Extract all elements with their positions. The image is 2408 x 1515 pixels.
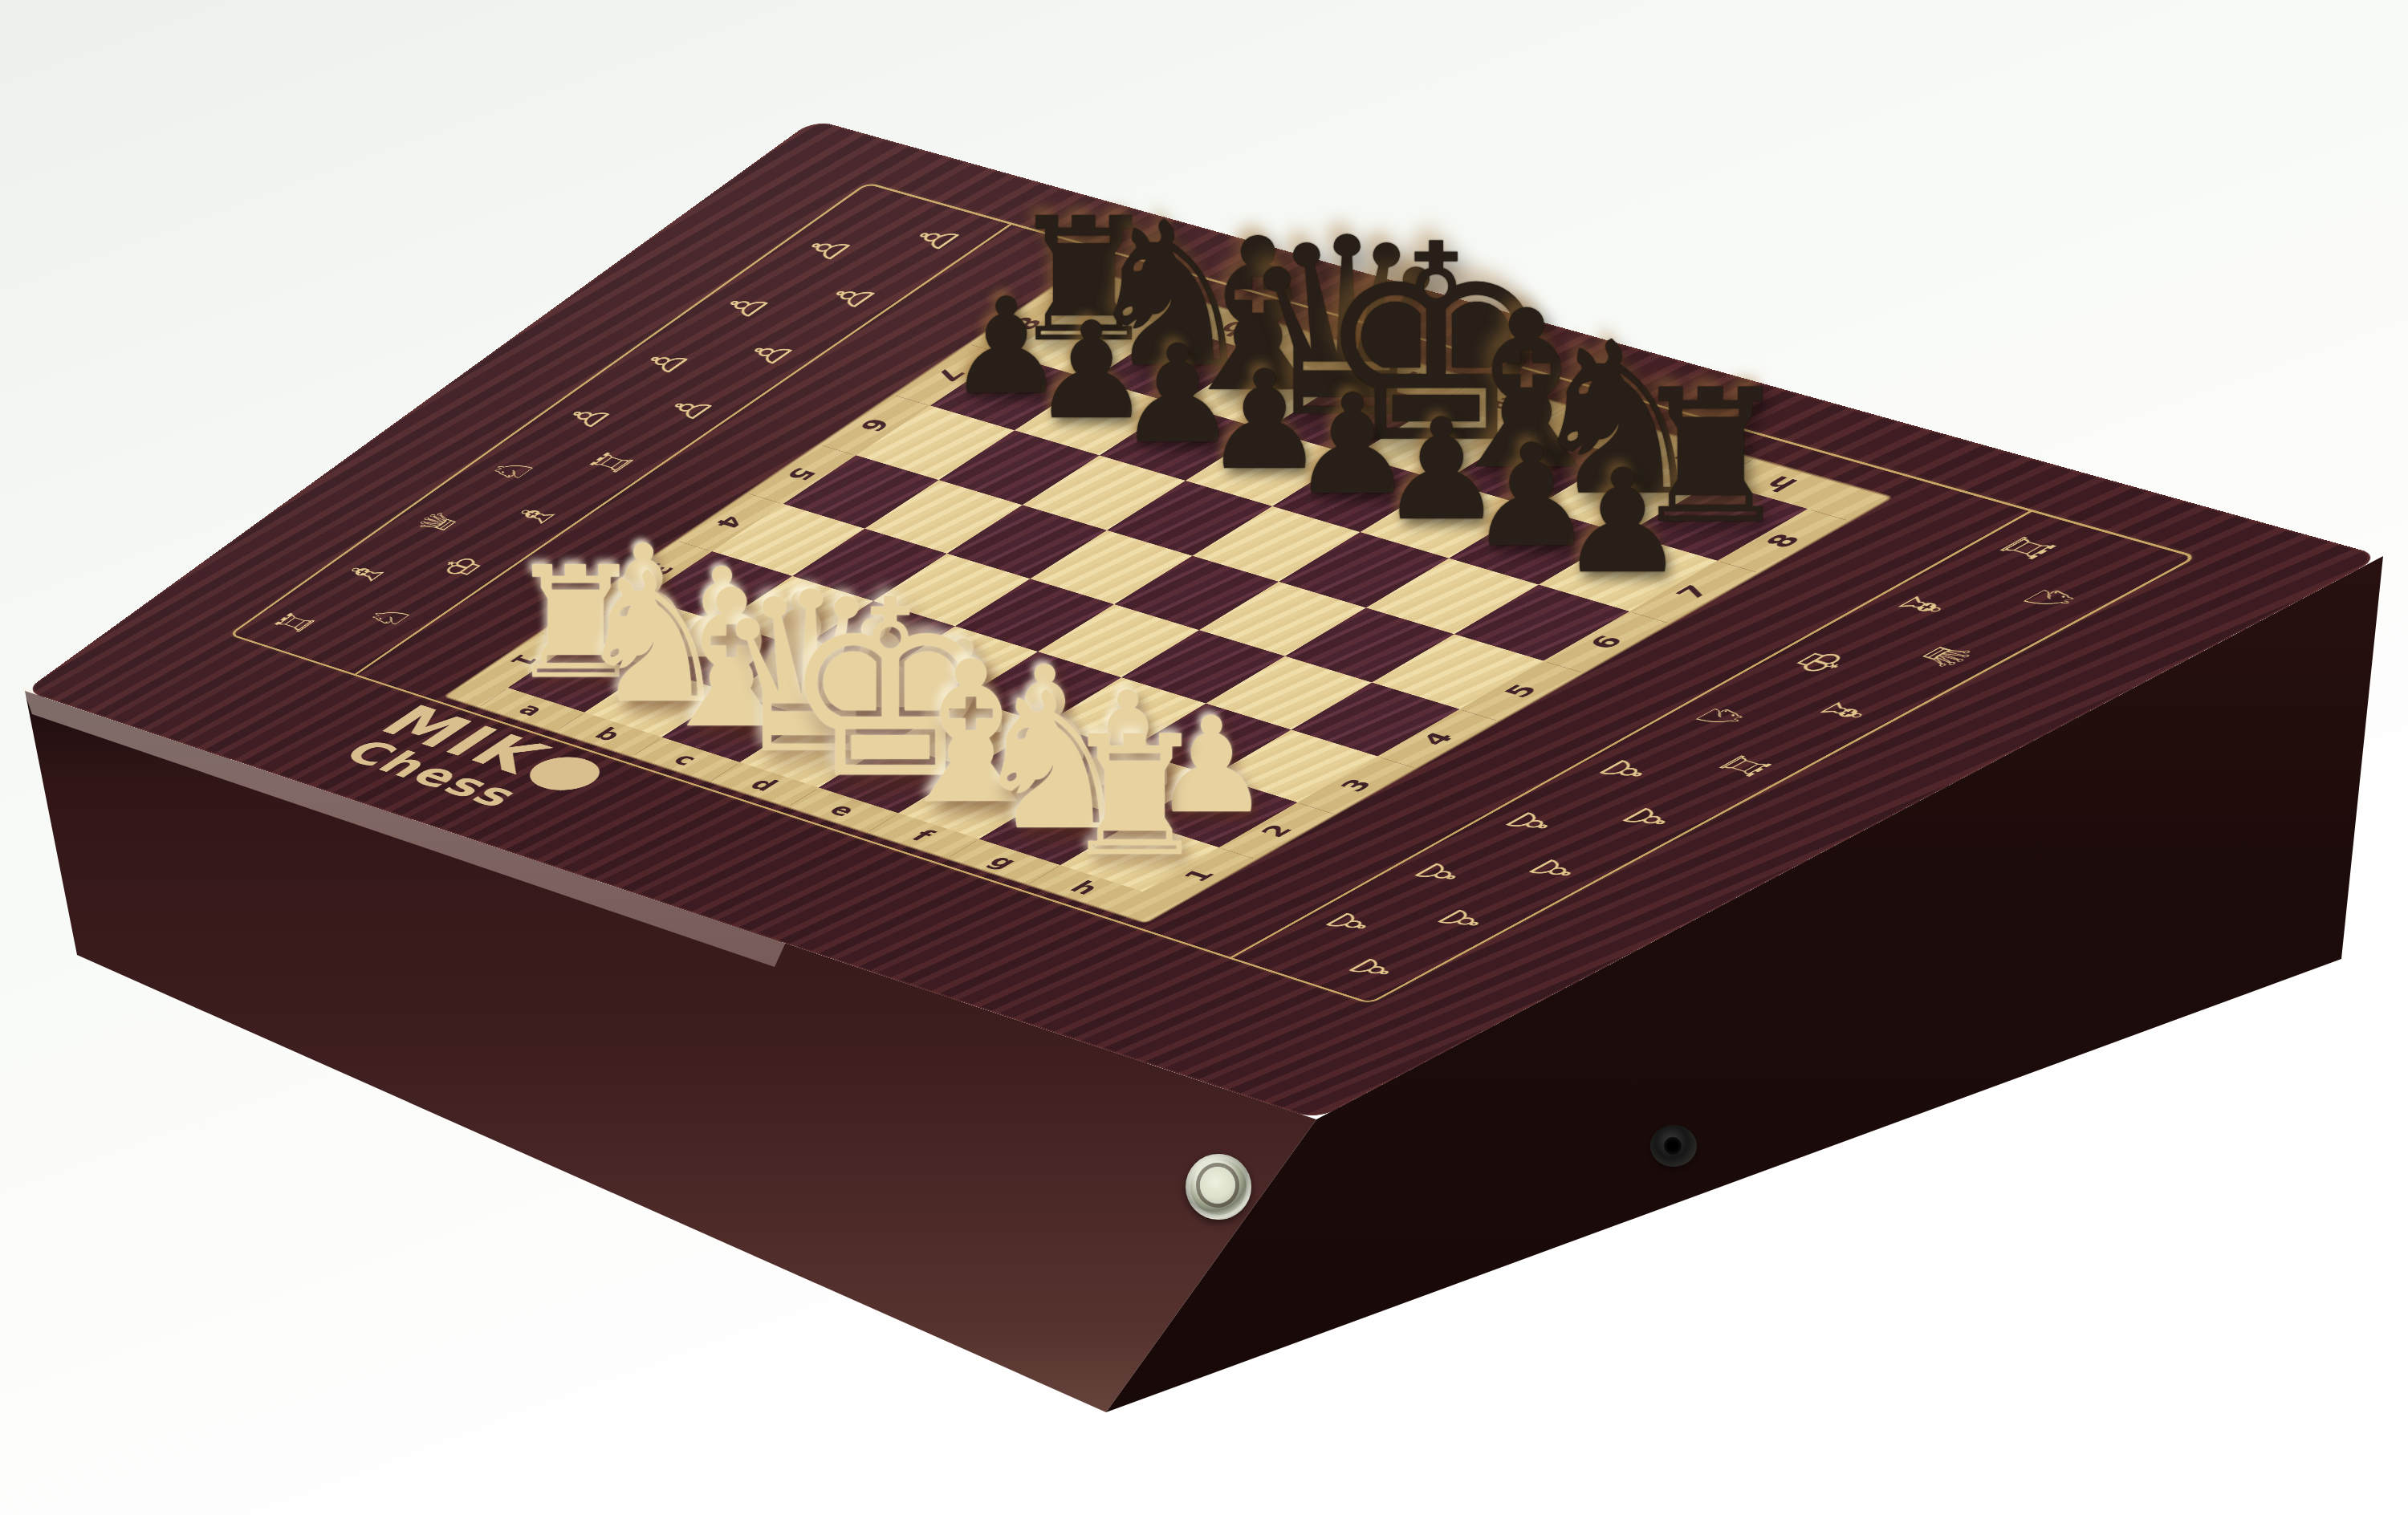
tray-outline-p-icon: ♙ (818, 281, 885, 313)
power-connector-port-icon (1650, 1125, 1697, 1167)
tray-outline-r-icon: ♖ (1986, 531, 2068, 565)
tray-outline-r-icon: ♖ (266, 608, 324, 637)
tray-outline-n-icon: ♘ (482, 455, 544, 485)
tray-outline-b-icon: ♗ (336, 558, 397, 587)
scene: ♙♙♙♙♙♙♙♙♖♘♗♕♔♗♘♖ ♖♘♗♕♔♗♘♖♙♙♙♙♙♙♙♙ abcdef… (0, 0, 2408, 1515)
tray-outline-p-icon: ♙ (1426, 905, 1499, 936)
piece-white-rook[interactable]: ♜ (1061, 715, 1209, 880)
tray-outline-p-icon: ♙ (713, 290, 779, 322)
tray-outline-p-icon: ♙ (657, 393, 722, 424)
tray-outline-k-icon: ♔ (1781, 646, 1860, 679)
tray-outline-p-icon: ♙ (1315, 908, 1385, 938)
tray-outline-p-icon: ♙ (1517, 855, 1591, 885)
tray-outline-b-icon: ♗ (1804, 696, 1883, 728)
tray-outline-q-icon: ♕ (408, 507, 469, 537)
tray-outline-p-icon: ♙ (1610, 802, 1686, 834)
tray-outline-q-icon: ♕ (1906, 640, 1986, 672)
tray-outline-b-icon: ♗ (505, 501, 567, 530)
piece-black-pawn[interactable]: ♟ (1558, 451, 1686, 594)
tray-outline-k-icon: ♔ (432, 552, 493, 581)
tray-outline-p-icon: ♙ (1587, 755, 1662, 786)
tray-outline-p-icon: ♙ (901, 222, 970, 254)
tray-outline-r-icon: ♖ (580, 448, 644, 478)
tray-outline-n-icon: ♘ (360, 603, 420, 632)
tray-outline-n-icon: ♘ (1683, 701, 1760, 733)
tray-outline-n-icon: ♘ (2010, 582, 2093, 615)
tray-outline-p-icon: ♙ (633, 347, 698, 377)
tray-outline-p-icon: ♙ (1403, 859, 1475, 889)
tray-outline-p-icon: ♙ (556, 402, 620, 433)
tray-outline-p-icon: ♙ (1337, 954, 1408, 984)
tray-outline-b-icon: ♗ (1882, 589, 1963, 622)
tray-outline-p-icon: ♙ (1494, 807, 1568, 839)
tray-outline-p-icon: ♙ (794, 233, 861, 265)
tray-outline-p-icon: ♙ (737, 338, 803, 369)
tray-outline-r-icon: ♖ (1706, 749, 1784, 782)
power-button[interactable] (1186, 1154, 1251, 1220)
